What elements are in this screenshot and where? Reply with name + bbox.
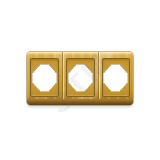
product-photo: { "scene": { "background_color": "#fffff… — [0, 0, 160, 160]
frame-gang-2 — [62, 52, 97, 105]
gang-grid — [27, 52, 133, 105]
gang-2-aperture — [67, 63, 94, 93]
gang-3-aperture — [102, 63, 129, 93]
frame-gang-3 — [98, 52, 133, 105]
frame-gang-1 — [27, 52, 62, 105]
wall-plate-frame — [27, 52, 133, 105]
gang-1-aperture — [31, 63, 58, 93]
